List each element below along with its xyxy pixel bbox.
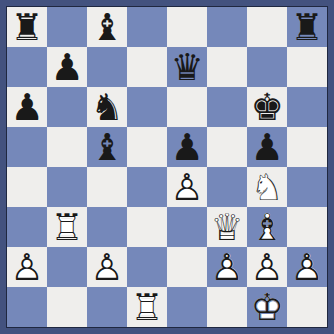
white-pawn[interactable]: ♟♙	[167, 167, 207, 207]
square-f2[interactable]: ♟♙	[207, 247, 247, 287]
square-c2[interactable]: ♟♙	[87, 247, 127, 287]
white-pawn[interactable]: ♟♙	[87, 247, 127, 287]
white-pawn[interactable]: ♟♙	[207, 247, 247, 287]
black-bishop-glyph: ♝	[87, 7, 127, 47]
square-d5[interactable]	[127, 127, 167, 167]
square-b7[interactable]: ♟	[47, 47, 87, 87]
black-queen[interactable]: ♛	[167, 47, 207, 87]
square-c5[interactable]: ♝	[87, 127, 127, 167]
black-knight-glyph: ♞	[87, 87, 127, 127]
white-pawn[interactable]: ♟♙	[247, 247, 287, 287]
square-e5[interactable]: ♟	[167, 127, 207, 167]
black-bishop[interactable]: ♝	[87, 127, 127, 167]
square-f7[interactable]	[207, 47, 247, 87]
square-b2[interactable]	[47, 247, 87, 287]
square-h7[interactable]	[287, 47, 327, 87]
white-king-outline: ♔	[247, 287, 287, 327]
square-c1[interactable]	[87, 287, 127, 327]
square-a2[interactable]: ♟♙	[7, 247, 47, 287]
square-a8[interactable]: ♜	[7, 7, 47, 47]
square-c7[interactable]	[87, 47, 127, 87]
square-f8[interactable]	[207, 7, 247, 47]
square-d8[interactable]	[127, 7, 167, 47]
square-b8[interactable]	[47, 7, 87, 47]
square-h3[interactable]	[287, 207, 327, 247]
square-d3[interactable]	[127, 207, 167, 247]
black-king-glyph: ♚	[247, 87, 287, 127]
black-pawn[interactable]: ♟	[167, 127, 207, 167]
square-b1[interactable]	[47, 287, 87, 327]
square-a4[interactable]	[7, 167, 47, 207]
square-f1[interactable]	[207, 287, 247, 327]
square-a1[interactable]	[7, 287, 47, 327]
square-h4[interactable]	[287, 167, 327, 207]
square-g3[interactable]: ♝♗	[247, 207, 287, 247]
white-knight[interactable]: ♞♘	[247, 167, 287, 207]
square-b6[interactable]	[47, 87, 87, 127]
black-rook[interactable]: ♜	[7, 7, 47, 47]
black-bishop-glyph: ♝	[87, 127, 127, 167]
white-queen-outline: ♕	[207, 207, 247, 247]
square-d2[interactable]	[127, 247, 167, 287]
chess-board: ♜♝♜♟♛♟♞♚♝♟♟♟♙♞♘♜♖♛♕♝♗♟♙♟♙♟♙♟♙♟♙♜♖♚♔	[7, 7, 327, 327]
square-e2[interactable]	[167, 247, 207, 287]
white-pawn-outline: ♙	[87, 247, 127, 287]
white-queen[interactable]: ♛♕	[207, 207, 247, 247]
square-a3[interactable]	[7, 207, 47, 247]
white-pawn[interactable]: ♟♙	[287, 247, 327, 287]
square-e8[interactable]	[167, 7, 207, 47]
square-a6[interactable]: ♟	[7, 87, 47, 127]
black-pawn[interactable]: ♟	[47, 47, 87, 87]
square-c4[interactable]	[87, 167, 127, 207]
white-pawn-outline: ♙	[287, 247, 327, 287]
square-d6[interactable]	[127, 87, 167, 127]
black-bishop[interactable]: ♝	[87, 7, 127, 47]
square-e6[interactable]	[167, 87, 207, 127]
white-pawn-outline: ♙	[167, 167, 207, 207]
square-f6[interactable]	[207, 87, 247, 127]
black-rook-glyph: ♜	[7, 7, 47, 47]
square-f3[interactable]: ♛♕	[207, 207, 247, 247]
white-bishop[interactable]: ♝♗	[247, 207, 287, 247]
white-bishop-outline: ♗	[247, 207, 287, 247]
square-a5[interactable]	[7, 127, 47, 167]
square-g4[interactable]: ♞♘	[247, 167, 287, 207]
square-e7[interactable]: ♛	[167, 47, 207, 87]
black-knight[interactable]: ♞	[87, 87, 127, 127]
square-d7[interactable]	[127, 47, 167, 87]
square-e3[interactable]	[167, 207, 207, 247]
board-frame: ♜♝♜♟♛♟♞♚♝♟♟♟♙♞♘♜♖♛♕♝♗♟♙♟♙♟♙♟♙♟♙♜♖♚♔	[0, 0, 334, 334]
square-g2[interactable]: ♟♙	[247, 247, 287, 287]
black-pawn-glyph: ♟	[7, 87, 47, 127]
white-knight-outline: ♘	[247, 167, 287, 207]
white-rook-outline: ♖	[127, 287, 167, 327]
black-king[interactable]: ♚	[247, 87, 287, 127]
square-b4[interactable]	[47, 167, 87, 207]
white-pawn-outline: ♙	[7, 247, 47, 287]
black-pawn-glyph: ♟	[247, 127, 287, 167]
black-pawn[interactable]: ♟	[247, 127, 287, 167]
black-pawn-glyph: ♟	[47, 47, 87, 87]
square-f4[interactable]	[207, 167, 247, 207]
white-rook[interactable]: ♜♖	[47, 207, 87, 247]
square-b5[interactable]	[47, 127, 87, 167]
white-rook[interactable]: ♜♖	[127, 287, 167, 327]
square-c3[interactable]	[87, 207, 127, 247]
black-rook[interactable]: ♜	[287, 7, 327, 47]
square-e4[interactable]: ♟♙	[167, 167, 207, 207]
board-inner-edge: ♜♝♜♟♛♟♞♚♝♟♟♟♙♞♘♜♖♛♕♝♗♟♙♟♙♟♙♟♙♟♙♜♖♚♔	[6, 6, 328, 328]
white-pawn-outline: ♙	[207, 247, 247, 287]
square-c8[interactable]: ♝	[87, 7, 127, 47]
white-pawn[interactable]: ♟♙	[7, 247, 47, 287]
square-h6[interactable]	[287, 87, 327, 127]
square-h2[interactable]: ♟♙	[287, 247, 327, 287]
square-g5[interactable]: ♟	[247, 127, 287, 167]
square-g8[interactable]	[247, 7, 287, 47]
square-d4[interactable]	[127, 167, 167, 207]
white-rook-outline: ♖	[47, 207, 87, 247]
square-f5[interactable]	[207, 127, 247, 167]
square-h5[interactable]	[287, 127, 327, 167]
square-b3[interactable]: ♜♖	[47, 207, 87, 247]
square-c6[interactable]: ♞	[87, 87, 127, 127]
black-queen-glyph: ♛	[167, 47, 207, 87]
square-h8[interactable]: ♜	[287, 7, 327, 47]
white-king[interactable]: ♚♔	[247, 287, 287, 327]
square-e1[interactable]	[167, 287, 207, 327]
square-h1[interactable]	[287, 287, 327, 327]
white-pawn-outline: ♙	[247, 247, 287, 287]
black-pawn-glyph: ♟	[167, 127, 207, 167]
square-g6[interactable]: ♚	[247, 87, 287, 127]
black-rook-glyph: ♜	[287, 7, 327, 47]
square-g7[interactable]	[247, 47, 287, 87]
square-a7[interactable]	[7, 47, 47, 87]
square-g1[interactable]: ♚♔	[247, 287, 287, 327]
square-d1[interactable]: ♜♖	[127, 287, 167, 327]
black-pawn[interactable]: ♟	[7, 87, 47, 127]
